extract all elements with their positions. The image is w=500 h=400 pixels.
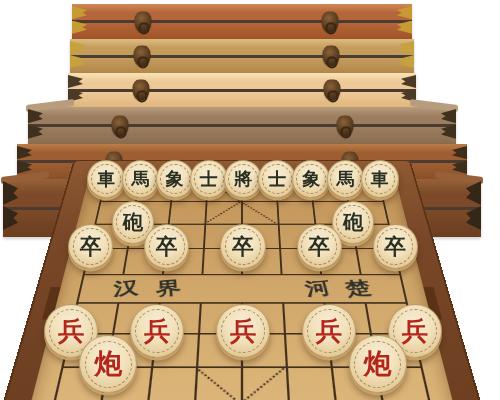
- corner-ornament-icon: [17, 146, 32, 175]
- intersection: [373, 236, 417, 261]
- clasp-latch-icon: [112, 115, 129, 136]
- intersection: [101, 261, 145, 288]
- intersection-point: [207, 180, 209, 181]
- intersection: [332, 213, 373, 236]
- intersection-point: [355, 248, 357, 249]
- board-half-bottom: [28, 127, 456, 144]
- intersection-point: [94, 224, 96, 225]
- intersection: [292, 172, 329, 191]
- intersection-point: [99, 201, 101, 202]
- intersection: [190, 172, 225, 191]
- intersection: [145, 236, 186, 261]
- product-photo-scene: 汉界河楚 車馬象士將士象馬車砲砲卒卒卒卒卒兵兵兵兵兵炮炮: [0, 0, 500, 400]
- intersection-point: [317, 248, 319, 249]
- intersection: [176, 318, 221, 350]
- intersection: [378, 261, 424, 288]
- intersection-point: [155, 333, 157, 335]
- intersection: [311, 385, 362, 400]
- intersection: [383, 289, 431, 319]
- intersection: [263, 318, 308, 350]
- corner-ornament-icon: [70, 41, 85, 69]
- corner-ornament-icon: [466, 181, 481, 233]
- intersection-point: [383, 201, 385, 202]
- intersection: [339, 261, 383, 288]
- board-half-top: [68, 73, 416, 89]
- intersection: [95, 289, 141, 319]
- intersection: [152, 191, 190, 213]
- intersection-point: [393, 248, 395, 249]
- intersection: [296, 213, 335, 236]
- intersection: [88, 318, 136, 350]
- corner-ornament-icon: [397, 6, 412, 35]
- intersection: [352, 350, 403, 385]
- intersection-point: [170, 201, 172, 202]
- intersection: [81, 350, 132, 385]
- intersection: [303, 289, 348, 319]
- board-surface: 汉界河楚: [12, 172, 473, 400]
- intersection: [179, 289, 222, 319]
- intersection-point: [112, 333, 114, 335]
- folded-board: [72, 4, 412, 39]
- intersection-point: [196, 366, 198, 368]
- intersection-point: [131, 224, 133, 225]
- intersection-point: [375, 366, 378, 368]
- intersection-point: [106, 366, 109, 368]
- intersection: [67, 236, 111, 261]
- intersection: [368, 213, 410, 236]
- intersection: [188, 191, 225, 213]
- intersection: [149, 213, 188, 236]
- intersection-point: [127, 248, 129, 249]
- folded-board: [70, 39, 414, 73]
- intersection: [300, 261, 343, 288]
- intersection-point: [61, 366, 64, 368]
- corner-ornament-icon: [452, 146, 467, 175]
- intersection: [305, 318, 352, 350]
- intersection-point: [378, 180, 380, 181]
- intersection-point: [162, 274, 164, 275]
- intersection-point: [241, 180, 243, 181]
- intersection-point: [241, 248, 243, 249]
- corner-ornament-icon: [72, 6, 87, 35]
- intersection-point: [331, 366, 333, 368]
- intersection: [224, 191, 260, 213]
- intersection-point: [241, 333, 243, 335]
- intersection-point: [173, 180, 175, 181]
- intersection-point: [286, 366, 288, 368]
- intersection-point: [204, 224, 206, 225]
- intersection-point: [281, 274, 283, 275]
- intersection-point: [241, 274, 243, 275]
- clasp-latch-icon: [322, 11, 339, 32]
- intersection-point: [275, 180, 277, 181]
- intersection: [141, 261, 184, 288]
- intersection: [35, 350, 88, 385]
- clasp-latch-icon: [336, 115, 353, 136]
- folded-board: [68, 73, 416, 107]
- intersection: [122, 385, 173, 400]
- corner-ornament-icon: [3, 181, 18, 233]
- intersection: [347, 318, 395, 350]
- clasp-latch-icon: [133, 80, 150, 101]
- board-half-top: [72, 4, 412, 20]
- clasp-latch-icon: [134, 46, 151, 67]
- intersection-point: [241, 224, 243, 225]
- intersection: [26, 385, 82, 400]
- intersection: [181, 261, 222, 288]
- intersection: [173, 350, 220, 385]
- intersection-point: [206, 201, 208, 202]
- intersection: [218, 385, 266, 400]
- intersection: [308, 350, 357, 385]
- board-intersection-grid: [15, 172, 470, 400]
- intersection: [44, 318, 94, 350]
- intersection-point: [165, 248, 167, 249]
- intersection-point: [347, 201, 349, 202]
- intersection: [389, 318, 439, 350]
- intersection: [222, 261, 262, 288]
- intersection: [326, 172, 364, 191]
- clasp-latch-icon: [324, 80, 341, 101]
- board-half-bottom: [68, 92, 416, 108]
- intersection: [265, 385, 314, 400]
- intersection-point: [284, 333, 286, 335]
- intersection-point: [351, 224, 353, 225]
- intersection: [329, 191, 368, 213]
- intersection-point: [276, 201, 278, 202]
- intersection: [360, 172, 399, 191]
- intersection-point: [122, 274, 124, 275]
- intersection-point: [198, 333, 200, 335]
- intersection: [74, 213, 116, 236]
- intersection: [396, 350, 449, 385]
- intersection: [223, 213, 260, 236]
- intersection-point: [158, 302, 160, 303]
- corner-ornament-icon: [399, 41, 414, 69]
- intersection: [343, 289, 389, 319]
- intersection: [221, 289, 263, 319]
- intersection-point: [168, 224, 170, 225]
- intersection: [111, 213, 152, 236]
- intersection: [60, 261, 106, 288]
- intersection-point: [323, 302, 325, 303]
- intersection: [403, 385, 459, 400]
- intersection: [132, 318, 179, 350]
- intersection: [260, 213, 298, 236]
- intersection-point: [69, 333, 72, 335]
- intersection: [86, 172, 125, 191]
- intersection-point: [413, 333, 416, 335]
- intersection-point: [117, 302, 119, 303]
- intersection-point: [200, 302, 202, 303]
- intersection-point: [241, 366, 243, 368]
- intersection-point: [399, 274, 401, 275]
- intersection: [261, 261, 302, 288]
- intersection: [184, 236, 224, 261]
- clasp-latch-icon: [323, 46, 340, 67]
- intersection-point: [320, 274, 322, 275]
- intersection: [80, 191, 120, 213]
- intersection: [298, 236, 339, 261]
- intersection: [259, 191, 296, 213]
- intersection: [137, 289, 182, 319]
- intersection-point: [364, 302, 366, 303]
- folded-board: [28, 107, 456, 144]
- intersection: [219, 350, 265, 385]
- intersection: [127, 350, 176, 385]
- intersection-point: [83, 274, 85, 275]
- intersection-point: [282, 302, 284, 303]
- intersection: [223, 236, 262, 261]
- intersection-point: [135, 201, 137, 202]
- clasp-latch-icon: [135, 11, 152, 32]
- board-half-top: [17, 144, 467, 160]
- intersection-point: [314, 224, 316, 225]
- intersection: [259, 172, 294, 191]
- intersection: [106, 236, 148, 261]
- corner-ornament-icon: [28, 109, 43, 140]
- intersection-point: [151, 366, 153, 368]
- intersection-point: [201, 274, 203, 275]
- intersection-point: [420, 366, 423, 368]
- intersection-point: [279, 248, 281, 249]
- intersection-point: [360, 274, 362, 275]
- intersection-point: [278, 224, 280, 225]
- board-half-bottom: [70, 58, 414, 74]
- intersection: [53, 289, 101, 319]
- board-half-top: [28, 107, 456, 124]
- intersection-point: [241, 201, 243, 202]
- intersection-point: [312, 201, 314, 202]
- intersection: [335, 236, 377, 261]
- intersection: [120, 172, 158, 191]
- intersection-point: [89, 248, 91, 249]
- intersection: [170, 385, 219, 400]
- intersection-point: [344, 180, 346, 181]
- board-half-top: [70, 39, 414, 55]
- intersection-point: [76, 302, 78, 303]
- intersection-point: [327, 333, 329, 335]
- intersection: [262, 289, 305, 319]
- intersection-point: [388, 224, 390, 225]
- intersection: [264, 350, 311, 385]
- intersection: [220, 318, 264, 350]
- intersection: [74, 385, 128, 400]
- intersection-point: [104, 180, 106, 181]
- intersection-point: [139, 180, 141, 181]
- intersection: [155, 172, 192, 191]
- intersection: [294, 191, 332, 213]
- intersection: [364, 191, 404, 213]
- board-half-bottom: [72, 23, 412, 39]
- intersection: [116, 191, 155, 213]
- intersection-point: [203, 248, 205, 249]
- intersection: [186, 213, 224, 236]
- corner-ornament-icon: [441, 109, 456, 140]
- intersection-point: [241, 302, 243, 303]
- intersection: [261, 236, 301, 261]
- intersection-point: [406, 302, 408, 303]
- intersection: [225, 172, 260, 191]
- intersection-point: [309, 180, 311, 181]
- intersection-point: [370, 333, 372, 335]
